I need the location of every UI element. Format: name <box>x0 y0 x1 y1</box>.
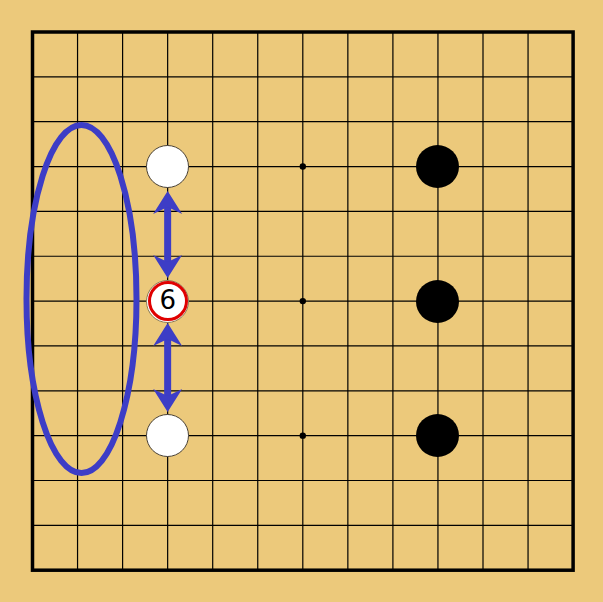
board-point[interactable] <box>506 99 551 144</box>
board-point[interactable] <box>100 10 145 55</box>
white-stone <box>146 145 189 188</box>
board-point[interactable] <box>235 279 280 324</box>
board-point[interactable] <box>506 458 551 503</box>
board-point[interactable] <box>10 189 55 234</box>
black-stone <box>416 280 459 323</box>
board-point[interactable] <box>145 189 190 234</box>
board-point[interactable] <box>415 54 460 99</box>
board-point[interactable] <box>145 458 190 503</box>
board-point[interactable] <box>55 458 100 503</box>
board-point[interactable] <box>100 458 145 503</box>
board-point[interactable] <box>370 189 415 234</box>
board-point[interactable] <box>325 458 370 503</box>
black-stone <box>416 414 459 457</box>
board-point[interactable] <box>10 144 55 189</box>
board-point[interactable] <box>551 458 596 503</box>
board-point[interactable] <box>551 324 596 369</box>
board-point[interactable] <box>235 324 280 369</box>
board-point[interactable] <box>506 548 551 593</box>
board-point[interactable] <box>325 279 370 324</box>
board-point[interactable] <box>145 324 190 369</box>
board-point[interactable] <box>370 324 415 369</box>
board-point[interactable] <box>325 503 370 548</box>
board-point[interactable] <box>10 458 55 503</box>
board-point[interactable] <box>10 54 55 99</box>
board-point[interactable] <box>55 413 100 458</box>
board-point[interactable] <box>460 234 505 279</box>
board-point[interactable] <box>145 234 190 279</box>
board-point[interactable] <box>280 234 325 279</box>
board-point[interactable] <box>325 144 370 189</box>
board-point[interactable] <box>145 413 190 458</box>
board-point[interactable] <box>551 548 596 593</box>
board-point[interactable] <box>506 324 551 369</box>
board-point[interactable] <box>235 234 280 279</box>
board-point[interactable] <box>100 144 145 189</box>
board-point[interactable] <box>325 99 370 144</box>
board-point[interactable] <box>415 234 460 279</box>
board-point[interactable] <box>145 144 190 189</box>
board-point[interactable] <box>100 503 145 548</box>
board-point[interactable] <box>460 413 505 458</box>
board-point[interactable] <box>100 189 145 234</box>
board-point[interactable] <box>460 10 505 55</box>
board-point[interactable] <box>460 144 505 189</box>
board-point[interactable] <box>370 548 415 593</box>
board-point[interactable] <box>10 99 55 144</box>
board-point[interactable] <box>55 234 100 279</box>
board-point[interactable] <box>460 279 505 324</box>
board-point[interactable] <box>506 234 551 279</box>
board-point[interactable] <box>415 99 460 144</box>
board-point[interactable] <box>190 548 235 593</box>
go-diagram: 6 <box>0 0 603 602</box>
board-point[interactable] <box>280 144 325 189</box>
board-point[interactable] <box>235 10 280 55</box>
board-point[interactable] <box>325 54 370 99</box>
board-point[interactable] <box>370 413 415 458</box>
stone-number: 6 <box>159 287 176 313</box>
board-point[interactable] <box>370 54 415 99</box>
board-point[interactable] <box>370 10 415 55</box>
board-point[interactable] <box>280 503 325 548</box>
board-point[interactable] <box>551 503 596 548</box>
board-point[interactable] <box>551 144 596 189</box>
board-point[interactable] <box>10 10 55 55</box>
board-point[interactable] <box>415 458 460 503</box>
board-point[interactable] <box>551 368 596 413</box>
board-point[interactable] <box>10 279 55 324</box>
board-point[interactable] <box>506 279 551 324</box>
board-point[interactable] <box>10 503 55 548</box>
board-point[interactable] <box>325 234 370 279</box>
board-point[interactable] <box>55 10 100 55</box>
board-point[interactable] <box>280 458 325 503</box>
red-circle-mark: 6 <box>148 281 188 321</box>
board-point[interactable] <box>55 189 100 234</box>
board-point[interactable] <box>325 189 370 234</box>
board-point[interactable] <box>415 368 460 413</box>
board-point[interactable] <box>100 234 145 279</box>
board-point[interactable] <box>370 234 415 279</box>
board-point[interactable] <box>145 368 190 413</box>
board-point[interactable] <box>551 54 596 99</box>
board-point[interactable] <box>190 99 235 144</box>
board-point[interactable] <box>415 189 460 234</box>
board-point[interactable] <box>551 99 596 144</box>
board-point[interactable] <box>370 144 415 189</box>
board-point[interactable] <box>506 368 551 413</box>
board-point[interactable] <box>506 503 551 548</box>
board-point[interactable] <box>460 503 505 548</box>
board-point[interactable] <box>506 10 551 55</box>
board-point[interactable] <box>460 54 505 99</box>
board-point[interactable] <box>325 413 370 458</box>
board-point[interactable] <box>551 279 596 324</box>
board-point[interactable] <box>55 324 100 369</box>
board-point[interactable] <box>280 548 325 593</box>
board-point[interactable] <box>551 189 596 234</box>
board-point[interactable] <box>100 548 145 593</box>
board-point[interactable] <box>190 458 235 503</box>
board-point[interactable] <box>100 99 145 144</box>
board-point[interactable] <box>235 189 280 234</box>
board-point[interactable] <box>145 99 190 144</box>
board-point[interactable] <box>10 368 55 413</box>
board-point[interactable] <box>100 54 145 99</box>
board-point[interactable] <box>55 503 100 548</box>
board-point[interactable] <box>145 54 190 99</box>
board-point[interactable] <box>100 324 145 369</box>
board-point[interactable] <box>415 144 460 189</box>
board-point[interactable] <box>370 99 415 144</box>
board-point[interactable] <box>370 458 415 503</box>
board-point[interactable] <box>280 189 325 234</box>
board-point[interactable] <box>415 413 460 458</box>
board-point[interactable] <box>55 279 100 324</box>
numbered-white-stone: 6 <box>146 280 189 323</box>
board-point[interactable] <box>235 99 280 144</box>
board-point[interactable] <box>551 234 596 279</box>
board-point[interactable]: 6 <box>145 279 190 324</box>
board-point[interactable] <box>55 54 100 99</box>
board-point[interactable] <box>280 324 325 369</box>
board-point[interactable] <box>370 279 415 324</box>
board-point[interactable] <box>460 368 505 413</box>
board-point[interactable] <box>325 10 370 55</box>
board-point[interactable] <box>506 189 551 234</box>
board-point[interactable] <box>235 54 280 99</box>
board-point[interactable] <box>190 368 235 413</box>
board-point[interactable] <box>325 548 370 593</box>
board-point[interactable] <box>280 99 325 144</box>
board-point[interactable] <box>145 503 190 548</box>
board-point[interactable] <box>506 54 551 99</box>
board-point[interactable] <box>55 368 100 413</box>
board-point[interactable] <box>190 10 235 55</box>
board-point[interactable] <box>55 144 100 189</box>
board-point[interactable] <box>235 503 280 548</box>
board-point[interactable] <box>460 458 505 503</box>
board-point[interactable] <box>280 413 325 458</box>
board-point[interactable] <box>280 10 325 55</box>
board-point[interactable] <box>190 189 235 234</box>
board-point[interactable] <box>551 10 596 55</box>
board-point[interactable] <box>280 368 325 413</box>
board-point[interactable] <box>325 368 370 413</box>
board-point[interactable] <box>415 548 460 593</box>
board-point[interactable] <box>10 324 55 369</box>
board-point[interactable] <box>190 413 235 458</box>
go-board: 6 <box>10 10 596 593</box>
board-point[interactable] <box>100 368 145 413</box>
board-point[interactable] <box>145 548 190 593</box>
board-point[interactable] <box>10 234 55 279</box>
black-stone <box>416 145 459 188</box>
board-point[interactable] <box>10 413 55 458</box>
board-point[interactable] <box>235 368 280 413</box>
board-point[interactable] <box>235 458 280 503</box>
board-point[interactable] <box>415 324 460 369</box>
board-point[interactable] <box>145 10 190 55</box>
board-point[interactable] <box>325 324 370 369</box>
board-point[interactable] <box>460 548 505 593</box>
board-point[interactable] <box>551 413 596 458</box>
board-point[interactable] <box>280 279 325 324</box>
board-point[interactable] <box>100 413 145 458</box>
board-point[interactable] <box>190 503 235 548</box>
board-point[interactable] <box>415 10 460 55</box>
board-point[interactable] <box>100 279 145 324</box>
board-point[interactable] <box>415 503 460 548</box>
board-point[interactable] <box>460 99 505 144</box>
board-point[interactable] <box>190 324 235 369</box>
board-point[interactable] <box>460 324 505 369</box>
board-point[interactable] <box>235 144 280 189</box>
board-point[interactable] <box>280 54 325 99</box>
board-point[interactable] <box>190 234 235 279</box>
board-point[interactable] <box>190 54 235 99</box>
board-point[interactable] <box>235 548 280 593</box>
board-point[interactable] <box>506 413 551 458</box>
white-stone <box>146 414 189 457</box>
board-point[interactable] <box>190 144 235 189</box>
board-point[interactable] <box>460 189 505 234</box>
board-point[interactable] <box>370 368 415 413</box>
board-point[interactable] <box>10 548 55 593</box>
board-point[interactable] <box>55 548 100 593</box>
board-point[interactable] <box>415 279 460 324</box>
board-point[interactable] <box>506 144 551 189</box>
board-point[interactable] <box>190 279 235 324</box>
board-point[interactable] <box>370 503 415 548</box>
board-point[interactable] <box>55 99 100 144</box>
board-point[interactable] <box>235 413 280 458</box>
